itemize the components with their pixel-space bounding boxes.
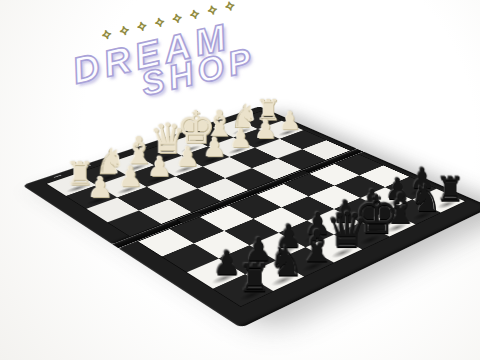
rim-notation-mark [54, 175, 62, 178]
square-c5 [200, 206, 253, 231]
product-photo: ✦✦✦✦✦✦✦✦ DREAM SHOP ♜♞♝♛♚♝♞♜♟♟♟♟♟♟♟♟ ♟♟♟… [0, 0, 480, 360]
black-rook-a8: ♜ [233, 259, 276, 298]
chess-case: ♜♞♝♛♚♝♞♜♟♟♟♟♟♟♟♟ ♟♟♟♟♟♟♟♟♜♞♝♛♚♝♞♜ [22, 106, 480, 328]
scene: ♜♞♝♛♚♝♞♜♟♟♟♟♟♟♟♟ ♟♟♟♟♟♟♟♟♜♞♝♛♚♝♞♜ [0, 0, 480, 360]
white-pawn-a2: ♟ [82, 173, 119, 202]
